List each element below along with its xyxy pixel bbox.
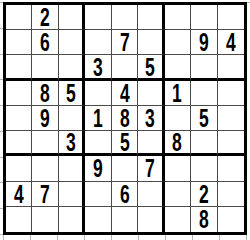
cell-r3c2[interactable] (32, 55, 58, 80)
cell-r1c7[interactable] (165, 5, 191, 30)
cell-r9c2[interactable] (32, 207, 58, 232)
clue-digit: 2 (199, 182, 209, 207)
clue-digit: 9 (93, 156, 103, 181)
sudoku-page: 26794358541918353589747628 (0, 0, 250, 240)
cell-r5c9[interactable] (218, 106, 244, 131)
cell-r4c9[interactable] (218, 81, 244, 106)
clue-digit: 3 (93, 55, 103, 79)
gridline-stub-bottom (3, 235, 4, 240)
cell-r1c9[interactable] (218, 5, 244, 30)
cell-r4c3[interactable]: 5 (59, 81, 85, 106)
cell-r5c8[interactable]: 5 (191, 106, 217, 131)
cell-r8c1[interactable]: 4 (6, 182, 32, 207)
gridline-stub-bottom (246, 235, 247, 240)
cell-r1c8[interactable] (191, 5, 217, 30)
cell-r6c9[interactable] (218, 131, 244, 156)
cell-r2c9[interactable]: 4 (218, 30, 244, 55)
clue-digit: 5 (120, 131, 130, 155)
cell-r9c6[interactable] (138, 207, 164, 232)
cell-r8c4[interactable] (85, 182, 111, 207)
cell-r7c3[interactable] (59, 156, 85, 181)
gridline-stub-left (0, 105, 3, 106)
cell-r6c6[interactable] (138, 131, 164, 156)
clue-digit: 4 (14, 182, 24, 207)
clue-digit: 7 (145, 156, 155, 181)
cell-r3c8[interactable] (191, 55, 217, 80)
clue-digit: 3 (66, 131, 76, 155)
cell-r4c4[interactable] (85, 81, 111, 106)
gridline-stub-bottom (84, 235, 85, 240)
cell-r1c6[interactable] (138, 5, 164, 30)
gridline-stub-left (0, 234, 3, 235)
cell-r6c2[interactable] (32, 131, 58, 156)
cell-r5c6[interactable]: 3 (138, 106, 164, 131)
clue-digit: 9 (40, 106, 50, 131)
cell-r4c7[interactable]: 1 (165, 81, 191, 106)
clue-digit: 8 (120, 106, 130, 131)
cell-r9c4[interactable] (85, 207, 111, 232)
clue-digit: 6 (120, 182, 130, 207)
cell-r1c4[interactable] (85, 5, 111, 30)
cell-r2c2[interactable]: 6 (32, 30, 58, 55)
cell-r7c4[interactable]: 9 (85, 156, 111, 181)
cell-r4c6[interactable] (138, 81, 164, 106)
gridline-stub-left (0, 54, 3, 55)
cell-r9c9[interactable] (218, 207, 244, 232)
cell-r6c5[interactable]: 5 (112, 131, 138, 156)
cell-r9c1[interactable] (6, 207, 32, 232)
cell-r3c9[interactable] (218, 55, 244, 80)
gridline-stub-left (0, 79, 3, 80)
cell-r9c8[interactable]: 8 (191, 207, 217, 232)
cell-r8c5[interactable]: 6 (112, 182, 138, 207)
cell-r5c5[interactable]: 8 (112, 106, 138, 131)
clue-digit: 7 (40, 182, 50, 207)
cell-r6c8[interactable] (191, 131, 217, 156)
cell-r3c6[interactable]: 5 (138, 55, 164, 80)
cell-r5c3[interactable] (59, 106, 85, 131)
cell-r6c4[interactable] (85, 131, 111, 156)
cell-r6c7[interactable]: 8 (165, 131, 191, 156)
cell-r3c3[interactable] (59, 55, 85, 80)
cell-r2c3[interactable] (59, 30, 85, 55)
cell-r1c3[interactable] (59, 5, 85, 30)
cell-r8c6[interactable] (138, 182, 164, 207)
clue-digit: 4 (226, 30, 236, 55)
cell-r5c1[interactable] (6, 106, 32, 131)
gridline-stub-bottom (111, 235, 112, 240)
gridline-stub-left (0, 28, 3, 29)
clue-digit: 4 (120, 81, 130, 106)
gridline-stub-left (0, 131, 3, 132)
cell-r8c9[interactable] (218, 182, 244, 207)
cell-r7c1[interactable] (6, 156, 32, 181)
cell-r2c7[interactable] (165, 30, 191, 55)
gridline-stub-bottom (192, 235, 193, 240)
cell-r4c8[interactable] (191, 81, 217, 106)
clue-digit: 8 (40, 81, 50, 106)
clue-digit: 2 (40, 5, 50, 30)
cell-r8c3[interactable] (59, 182, 85, 207)
cell-r2c4[interactable] (85, 30, 111, 55)
cell-r1c2[interactable]: 2 (32, 5, 58, 30)
cell-r8c2[interactable]: 7 (32, 182, 58, 207)
gridline-stub-top-right (247, 2, 250, 3)
clue-digit: 5 (66, 81, 76, 106)
clue-digit: 7 (120, 30, 130, 55)
gridline-stub-left (0, 208, 3, 209)
cell-r4c2[interactable]: 8 (32, 81, 58, 106)
clue-digit: 9 (199, 30, 209, 55)
clue-digit: 1 (173, 81, 183, 106)
cell-r2c1[interactable] (6, 30, 32, 55)
cell-r6c3[interactable]: 3 (59, 131, 85, 156)
clue-digit: 8 (199, 207, 209, 232)
cell-r2c6[interactable] (138, 30, 164, 55)
cell-r7c7[interactable] (165, 156, 191, 181)
cell-r4c1[interactable] (6, 81, 32, 106)
clue-digit: 8 (173, 131, 183, 155)
cell-r7c8[interactable] (191, 156, 217, 181)
cell-r7c9[interactable] (218, 156, 244, 181)
cell-r5c7[interactable] (165, 106, 191, 131)
cell-r5c4[interactable]: 1 (85, 106, 111, 131)
cell-r4c5[interactable]: 4 (112, 81, 138, 106)
cell-r3c7[interactable] (165, 55, 191, 80)
gridline-stub-bottom (165, 235, 166, 240)
gridline-stub-left (0, 182, 3, 183)
cell-r7c2[interactable] (32, 156, 58, 181)
clue-digit: 1 (93, 106, 103, 131)
cell-r3c5[interactable] (112, 55, 138, 80)
cell-r7c6[interactable]: 7 (138, 156, 164, 181)
cell-r2c5[interactable]: 7 (112, 30, 138, 55)
cell-r9c3[interactable] (59, 207, 85, 232)
clue-digit: 6 (40, 30, 50, 55)
cell-r8c7[interactable] (165, 182, 191, 207)
cell-r3c4[interactable]: 3 (85, 55, 111, 80)
gridline-stub-left (0, 2, 3, 3)
cell-r3c1[interactable] (6, 55, 32, 80)
gridline-stub-bottom (138, 235, 139, 240)
clue-digit: 5 (199, 106, 209, 131)
gridline-stub-left (0, 157, 3, 158)
cell-r6c1[interactable] (6, 131, 32, 156)
cell-r5c2[interactable]: 9 (32, 106, 58, 131)
cell-r2c8[interactable]: 9 (191, 30, 217, 55)
cell-r1c1[interactable] (6, 5, 32, 30)
gridline-stub-bottom (30, 235, 31, 240)
gridline-stub-bottom (57, 235, 58, 240)
cell-r7c5[interactable] (112, 156, 138, 181)
cell-r9c7[interactable] (165, 207, 191, 232)
cell-r1c5[interactable] (112, 5, 138, 30)
cell-r9c5[interactable] (112, 207, 138, 232)
clue-digit: 3 (145, 106, 155, 131)
clue-digit: 5 (145, 55, 155, 79)
cell-r8c8[interactable]: 2 (191, 182, 217, 207)
sudoku-board: 26794358541918353589747628 (3, 2, 247, 235)
gridline-stub-bottom (219, 235, 220, 240)
